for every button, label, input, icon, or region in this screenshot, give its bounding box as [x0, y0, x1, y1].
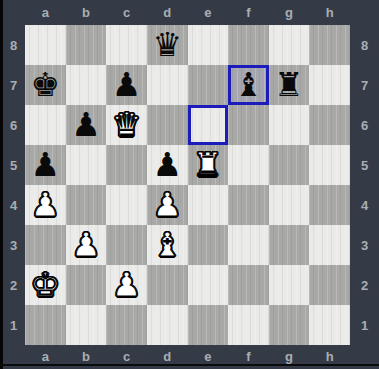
square-e5[interactable]: ♜	[188, 145, 229, 185]
file-label-b: b	[66, 0, 107, 25]
square-h8[interactable]	[309, 25, 350, 65]
rank-label-7: 7	[2, 65, 25, 105]
file-label-f: f	[228, 0, 269, 25]
square-d6[interactable]	[147, 105, 188, 145]
square-f4[interactable]	[228, 185, 269, 225]
chess-board-frame: abcdefgh 87654321 ♛♚♟♝♜♟♛♟♟♜♟♟♟♝♚♟ 87654…	[0, 0, 379, 369]
rank-label-6: 6	[2, 105, 25, 145]
white-pawn: ♟	[71, 228, 101, 261]
file-label-b: b	[66, 345, 107, 367]
square-b5[interactable]	[66, 145, 107, 185]
square-g4[interactable]	[269, 185, 310, 225]
white-pawn: ♟	[112, 268, 142, 301]
square-g5[interactable]	[269, 145, 310, 185]
square-c2[interactable]: ♟	[106, 265, 147, 305]
file-label-c: c	[106, 345, 147, 367]
black-pawn: ♟	[71, 108, 101, 141]
square-e2[interactable]	[188, 265, 229, 305]
square-b6[interactable]: ♟	[66, 105, 107, 145]
file-label-h: h	[309, 345, 350, 367]
square-d1[interactable]	[147, 305, 188, 345]
file-label-a: a	[25, 0, 66, 25]
square-h4[interactable]	[309, 185, 350, 225]
square-e1[interactable]	[188, 305, 229, 345]
rank-label-3: 3	[350, 225, 379, 265]
file-label-c: c	[106, 0, 147, 25]
file-label-f: f	[228, 345, 269, 367]
square-b7[interactable]	[66, 65, 107, 105]
white-pawn: ♟	[152, 188, 182, 221]
square-b2[interactable]	[66, 265, 107, 305]
square-a7[interactable]: ♚	[25, 65, 66, 105]
square-a3[interactable]	[25, 225, 66, 265]
rank-label-5: 5	[2, 145, 25, 185]
file-label-d: d	[147, 0, 188, 25]
square-g6[interactable]	[269, 105, 310, 145]
square-f7[interactable]: ♝	[228, 65, 269, 105]
square-d8[interactable]: ♛	[147, 25, 188, 65]
square-e7[interactable]	[188, 65, 229, 105]
white-pawn: ♟	[31, 188, 61, 221]
file-labels-bottom: abcdefgh	[25, 345, 350, 367]
square-c5[interactable]	[106, 145, 147, 185]
file-label-e: e	[188, 0, 229, 25]
square-d7[interactable]	[147, 65, 188, 105]
square-h3[interactable]	[309, 225, 350, 265]
square-h5[interactable]	[309, 145, 350, 185]
file-label-h: h	[309, 0, 350, 25]
file-label-g: g	[269, 345, 310, 367]
rank-label-8: 8	[350, 25, 379, 65]
square-e3[interactable]	[188, 225, 229, 265]
rank-labels-left: 87654321	[2, 25, 25, 345]
square-c6[interactable]: ♛	[106, 105, 147, 145]
rank-label-6: 6	[350, 105, 379, 145]
square-d4[interactable]: ♟	[147, 185, 188, 225]
square-b8[interactable]	[66, 25, 107, 65]
rank-label-8: 8	[2, 25, 25, 65]
black-king: ♚	[31, 68, 61, 101]
square-f8[interactable]	[228, 25, 269, 65]
rank-label-4: 4	[2, 185, 25, 225]
square-a4[interactable]: ♟	[25, 185, 66, 225]
square-c3[interactable]	[106, 225, 147, 265]
white-rook: ♜	[193, 148, 223, 181]
square-g3[interactable]	[269, 225, 310, 265]
rank-label-7: 7	[350, 65, 379, 105]
square-d2[interactable]	[147, 265, 188, 305]
square-c8[interactable]	[106, 25, 147, 65]
rank-label-3: 3	[2, 225, 25, 265]
square-a2[interactable]: ♚	[25, 265, 66, 305]
square-f2[interactable]	[228, 265, 269, 305]
square-h6[interactable]	[309, 105, 350, 145]
square-a5[interactable]: ♟	[25, 145, 66, 185]
white-king: ♚	[31, 268, 61, 301]
square-a1[interactable]	[25, 305, 66, 345]
square-e6[interactable]	[188, 105, 229, 145]
square-f3[interactable]	[228, 225, 269, 265]
black-bishop: ♝	[234, 68, 264, 101]
square-c7[interactable]: ♟	[106, 65, 147, 105]
square-g2[interactable]	[269, 265, 310, 305]
square-g7[interactable]: ♜	[269, 65, 310, 105]
square-h7[interactable]	[309, 65, 350, 105]
rank-label-2: 2	[350, 265, 379, 305]
black-rook: ♜	[274, 68, 304, 101]
file-label-d: d	[147, 345, 188, 367]
square-d5[interactable]: ♟	[147, 145, 188, 185]
rank-label-2: 2	[2, 265, 25, 305]
square-h1[interactable]	[309, 305, 350, 345]
black-pawn: ♟	[31, 148, 61, 181]
square-b1[interactable]	[66, 305, 107, 345]
square-a8[interactable]	[25, 25, 66, 65]
square-f1[interactable]	[228, 305, 269, 345]
square-a6[interactable]	[25, 105, 66, 145]
file-label-g: g	[269, 0, 310, 25]
black-pawn: ♟	[112, 68, 142, 101]
rank-label-1: 1	[350, 305, 379, 345]
black-pawn: ♟	[152, 148, 182, 181]
square-g1[interactable]	[269, 305, 310, 345]
file-label-e: e	[188, 345, 229, 367]
square-f5[interactable]	[228, 145, 269, 185]
white-bishop: ♝	[152, 228, 182, 261]
rank-label-1: 1	[2, 305, 25, 345]
file-labels-top: abcdefgh	[25, 0, 350, 25]
square-b4[interactable]	[66, 185, 107, 225]
file-label-a: a	[25, 345, 66, 367]
square-c1[interactable]	[106, 305, 147, 345]
square-e8[interactable]	[188, 25, 229, 65]
square-c4[interactable]	[106, 185, 147, 225]
black-queen: ♛	[152, 28, 182, 61]
white-queen: ♛	[112, 108, 142, 141]
rank-label-5: 5	[350, 145, 379, 185]
square-g8[interactable]	[269, 25, 310, 65]
square-f6[interactable]	[228, 105, 269, 145]
square-h2[interactable]	[309, 265, 350, 305]
rank-label-4: 4	[350, 185, 379, 225]
square-e4[interactable]	[188, 185, 229, 225]
square-b3[interactable]: ♟	[66, 225, 107, 265]
chess-board[interactable]: ♛♚♟♝♜♟♛♟♟♜♟♟♟♝♚♟	[25, 25, 350, 345]
square-d3[interactable]: ♝	[147, 225, 188, 265]
rank-labels-right: 87654321	[350, 25, 379, 345]
